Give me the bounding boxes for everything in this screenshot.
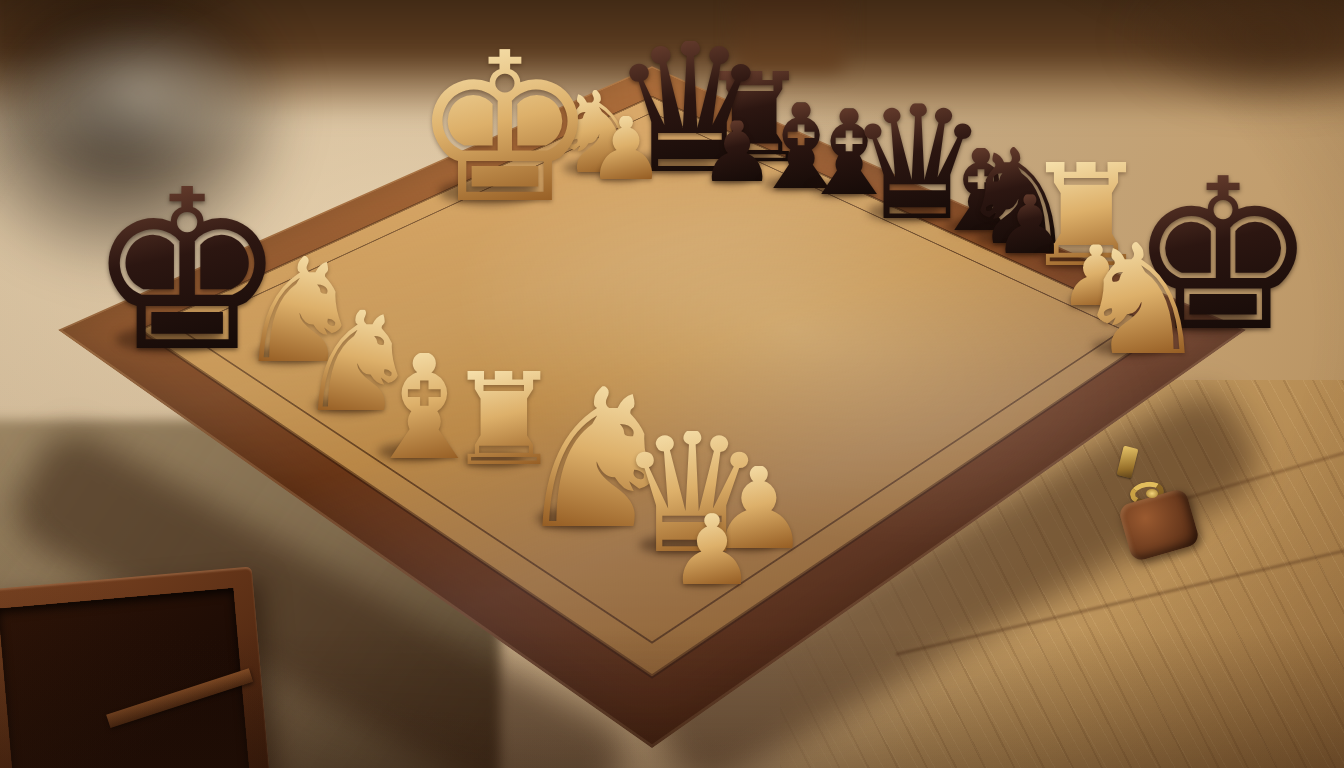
king-glyph-icon: ♚ <box>412 49 599 207</box>
latch-glint <box>1146 489 1158 498</box>
tile-box <box>0 566 271 768</box>
piece-white-knight[interactable]: ♞ <box>1077 234 1205 350</box>
pawn-glyph-icon: ♟ <box>668 513 756 587</box>
piece-white-pawn[interactable]: ♟ <box>671 508 752 582</box>
scene-root: ♚♞♟♛♟♜♝♝♛♝♞♟♜♟♞♚♚♞♞♝♜♞♛♟♟ <box>0 0 1344 768</box>
piece-white-pawn[interactable]: ♟ <box>590 111 663 177</box>
piece-white-king[interactable]: ♚ <box>418 38 592 196</box>
knight-glyph-icon: ♞ <box>1072 242 1209 358</box>
pawn-glyph-icon: ♟ <box>587 116 665 182</box>
